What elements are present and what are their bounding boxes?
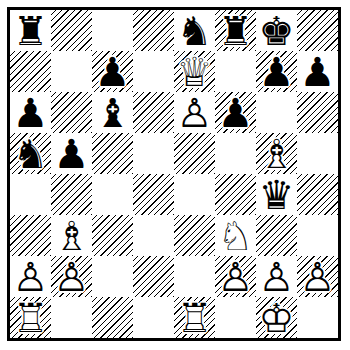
square-a5[interactable]: ♞ (10, 133, 51, 174)
square-h6[interactable] (297, 92, 338, 133)
square-e6[interactable]: ♟♙ (174, 92, 215, 133)
square-c7[interactable]: ♟ (92, 51, 133, 92)
black-pawn[interactable]: ♟ (297, 51, 338, 92)
square-d5[interactable] (133, 133, 174, 174)
square-g2[interactable]: ♟♙ (256, 256, 297, 297)
square-e4[interactable] (174, 174, 215, 215)
square-h3[interactable] (297, 215, 338, 256)
square-e7[interactable]: ♛♕ (174, 51, 215, 92)
white-king[interactable]: ♚♔ (256, 297, 297, 338)
square-b4[interactable] (51, 174, 92, 215)
piece-glyph: ♟ (297, 51, 338, 92)
square-c5[interactable] (92, 133, 133, 174)
square-a4[interactable] (10, 174, 51, 215)
square-b8[interactable] (51, 10, 92, 51)
piece-glyph: ♚ (256, 10, 297, 51)
white-pawn[interactable]: ♟♙ (215, 256, 256, 297)
black-pawn[interactable]: ♟ (92, 51, 133, 92)
square-f4[interactable] (215, 174, 256, 215)
square-c8[interactable] (92, 10, 133, 51)
square-a7[interactable] (10, 51, 51, 92)
piece-outline-layer: ♔ (256, 297, 297, 338)
square-f2[interactable]: ♟♙ (215, 256, 256, 297)
square-e2[interactable] (174, 256, 215, 297)
square-c6[interactable]: ♝ (92, 92, 133, 133)
black-pawn[interactable]: ♟ (256, 51, 297, 92)
square-g4[interactable]: ♛ (256, 174, 297, 215)
square-f5[interactable] (215, 133, 256, 174)
black-king[interactable]: ♚ (256, 10, 297, 51)
piece-glyph: ♟ (10, 92, 51, 133)
square-c4[interactable] (92, 174, 133, 215)
white-pawn[interactable]: ♟♙ (174, 92, 215, 133)
white-rook[interactable]: ♜♖ (10, 297, 51, 338)
piece-glyph: ♛ (256, 174, 297, 215)
piece-outline-layer: ♖ (174, 297, 215, 338)
square-c1[interactable] (92, 297, 133, 338)
square-f1[interactable] (215, 297, 256, 338)
square-a6[interactable]: ♟ (10, 92, 51, 133)
black-knight[interactable]: ♞ (10, 133, 51, 174)
white-bishop[interactable]: ♝♗ (256, 133, 297, 174)
piece-glyph: ♟ (256, 51, 297, 92)
piece-outline-layer: ♘ (215, 215, 256, 256)
square-h7[interactable]: ♟ (297, 51, 338, 92)
square-a2[interactable]: ♟♙ (10, 256, 51, 297)
square-b7[interactable] (51, 51, 92, 92)
piece-glyph: ♝ (92, 92, 133, 133)
piece-glyph: ♞ (10, 133, 51, 174)
square-d7[interactable] (133, 51, 174, 92)
white-knight[interactable]: ♞♘ (215, 215, 256, 256)
square-g3[interactable] (256, 215, 297, 256)
piece-outline-layer: ♕ (174, 51, 215, 92)
square-e8[interactable]: ♞ (174, 10, 215, 51)
square-h1[interactable] (297, 297, 338, 338)
piece-outline-layer: ♗ (51, 215, 92, 256)
square-h2[interactable]: ♟♙ (297, 256, 338, 297)
square-e1[interactable]: ♜♖ (174, 297, 215, 338)
black-bishop[interactable]: ♝ (92, 92, 133, 133)
square-d4[interactable] (133, 174, 174, 215)
square-f3[interactable]: ♞♘ (215, 215, 256, 256)
square-b1[interactable] (51, 297, 92, 338)
square-b5[interactable]: ♟ (51, 133, 92, 174)
piece-outline-layer: ♖ (10, 297, 51, 338)
piece-outline-layer: ♙ (51, 256, 92, 297)
piece-glyph: ♜ (10, 10, 51, 51)
piece-outline-layer: ♙ (10, 256, 51, 297)
piece-glyph: ♞ (174, 10, 215, 51)
black-pawn[interactable]: ♟ (51, 133, 92, 174)
square-e3[interactable] (174, 215, 215, 256)
white-pawn[interactable]: ♟♙ (297, 256, 338, 297)
square-a8[interactable]: ♜ (10, 10, 51, 51)
black-rook[interactable]: ♜ (215, 10, 256, 51)
square-g5[interactable]: ♝♗ (256, 133, 297, 174)
square-d1[interactable] (133, 297, 174, 338)
square-d2[interactable] (133, 256, 174, 297)
square-e5[interactable] (174, 133, 215, 174)
square-d6[interactable] (133, 92, 174, 133)
piece-outline-layer: ♙ (215, 256, 256, 297)
square-f8[interactable]: ♜ (215, 10, 256, 51)
white-queen[interactable]: ♛♕ (174, 51, 215, 92)
square-g7[interactable]: ♟ (256, 51, 297, 92)
white-rook[interactable]: ♜♖ (174, 297, 215, 338)
square-b3[interactable]: ♝♗ (51, 215, 92, 256)
piece-glyph: ♜ (215, 10, 256, 51)
square-f7[interactable] (215, 51, 256, 92)
square-g6[interactable] (256, 92, 297, 133)
square-h5[interactable] (297, 133, 338, 174)
chess-board: ♜♞♜♚♟♛♕♟♟♟♝♟♙♟♞♟♝♗♛♝♗♞♘♟♙♟♙♟♙♟♙♟♙♜♖♜♖♚♔ (7, 7, 341, 341)
square-a1[interactable]: ♜♖ (10, 297, 51, 338)
white-pawn[interactable]: ♟♙ (10, 256, 51, 297)
black-queen[interactable]: ♛ (256, 174, 297, 215)
square-h4[interactable] (297, 174, 338, 215)
piece-glyph: ♟ (215, 92, 256, 133)
piece-outline-layer: ♙ (256, 256, 297, 297)
square-b6[interactable] (51, 92, 92, 133)
piece-outline-layer: ♙ (174, 92, 215, 133)
square-f6[interactable]: ♟ (215, 92, 256, 133)
square-b2[interactable]: ♟♙ (51, 256, 92, 297)
square-g8[interactable]: ♚ (256, 10, 297, 51)
page-background: ♜♞♜♚♟♛♕♟♟♟♝♟♙♟♞♟♝♗♛♝♗♞♘♟♙♟♙♟♙♟♙♟♙♜♖♜♖♚♔ (0, 0, 350, 350)
black-knight[interactable]: ♞ (174, 10, 215, 51)
square-h8[interactable] (297, 10, 338, 51)
white-pawn[interactable]: ♟♙ (51, 256, 92, 297)
square-c3[interactable] (92, 215, 133, 256)
black-rook[interactable]: ♜ (10, 10, 51, 51)
piece-outline-layer: ♗ (256, 133, 297, 174)
piece-glyph: ♟ (51, 133, 92, 174)
square-g1[interactable]: ♚♔ (256, 297, 297, 338)
square-d8[interactable] (133, 10, 174, 51)
piece-outline-layer: ♙ (297, 256, 338, 297)
black-pawn[interactable]: ♟ (215, 92, 256, 133)
white-bishop[interactable]: ♝♗ (51, 215, 92, 256)
piece-glyph: ♟ (92, 51, 133, 92)
black-pawn[interactable]: ♟ (10, 92, 51, 133)
square-d3[interactable] (133, 215, 174, 256)
square-c2[interactable] (92, 256, 133, 297)
white-pawn[interactable]: ♟♙ (256, 256, 297, 297)
square-a3[interactable] (10, 215, 51, 256)
